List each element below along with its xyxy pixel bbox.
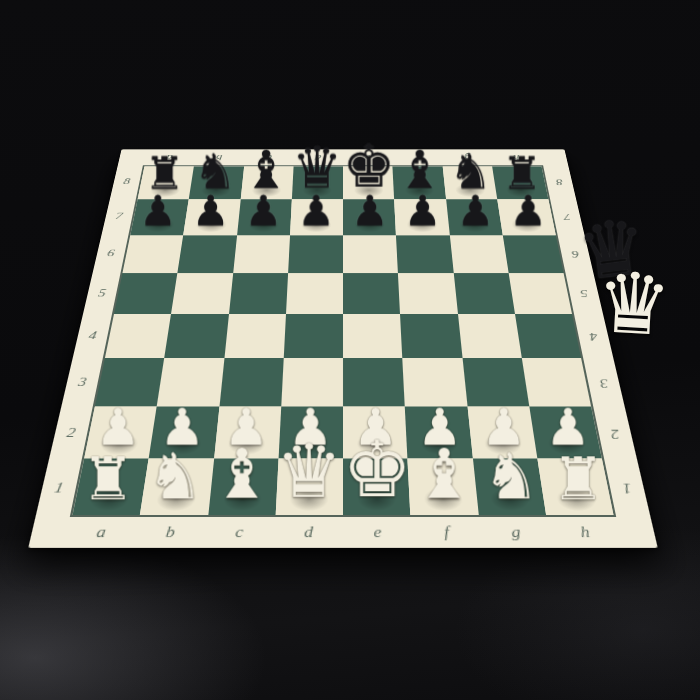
square-c4[interactable] (224, 314, 286, 358)
file-label: f (411, 517, 483, 548)
square-d6[interactable] (288, 235, 343, 273)
file-label: g (441, 149, 493, 165)
piece-white-bishop[interactable]: ♝ (413, 441, 474, 509)
square-f5[interactable] (398, 273, 457, 314)
square-h1[interactable]: ♜ (537, 458, 613, 515)
square-f1[interactable]: ♝ (408, 458, 479, 515)
square-e5[interactable] (343, 273, 400, 314)
piece-white-knight[interactable]: ♞ (146, 445, 203, 508)
square-c6[interactable] (233, 235, 290, 273)
square-b4[interactable] (164, 314, 228, 358)
piece-black-pawn[interactable]: ♟ (245, 189, 282, 231)
piece-black-pawn[interactable]: ♟ (298, 189, 335, 231)
square-e6[interactable] (343, 235, 398, 273)
square-g7[interactable]: ♟ (446, 200, 503, 235)
file-labels-top: abcdefgh (143, 149, 543, 165)
file-label: g (480, 517, 553, 548)
piece-white-bishop[interactable]: ♝ (212, 441, 273, 509)
file-labels-bottom: abcdefgh (63, 517, 622, 548)
square-e4[interactable] (343, 314, 403, 358)
square-c7[interactable]: ♟ (237, 200, 292, 235)
square-g5[interactable] (453, 273, 514, 314)
file-label: b (133, 517, 206, 548)
square-h5[interactable] (508, 273, 572, 314)
file-label: d (293, 149, 343, 165)
piece-white-rook[interactable]: ♜ (552, 450, 605, 509)
square-c5[interactable] (229, 273, 288, 314)
square-e7[interactable]: ♟ (343, 200, 396, 235)
file-label: c (203, 517, 275, 548)
file-label: a (143, 149, 195, 165)
square-d4[interactable] (283, 314, 343, 358)
piece-black-pawn[interactable]: ♟ (192, 189, 229, 231)
square-b5[interactable] (171, 273, 232, 314)
square-h7[interactable]: ♟ (497, 200, 556, 235)
square-a5[interactable] (114, 273, 178, 314)
square-g4[interactable] (458, 314, 522, 358)
piece-white-knight[interactable]: ♞ (483, 445, 540, 508)
square-b7[interactable]: ♟ (183, 200, 240, 235)
file-label: c (243, 149, 294, 165)
piece-black-pawn[interactable]: ♟ (457, 189, 494, 231)
square-g6[interactable] (449, 235, 508, 273)
square-a7[interactable]: ♟ (130, 200, 189, 235)
square-d1[interactable]: ♛ (275, 458, 343, 515)
piece-black-pawn[interactable]: ♟ (139, 189, 176, 231)
square-d5[interactable] (286, 273, 343, 314)
square-f6[interactable] (396, 235, 453, 273)
piece-white-queen[interactable]: ♛ (276, 435, 342, 509)
square-h6[interactable] (503, 235, 564, 273)
square-c1[interactable]: ♝ (208, 458, 279, 515)
piece-black-pawn[interactable]: ♟ (510, 189, 547, 231)
square-b1[interactable]: ♞ (140, 458, 213, 515)
chessboard-photo: 87654321 87654321 abcdefgh abcdefgh ♜♞♝♛… (0, 0, 700, 700)
file-label: h (548, 517, 623, 548)
square-f7[interactable]: ♟ (394, 200, 449, 235)
file-label: d (273, 517, 343, 548)
square-a1[interactable]: ♜ (73, 458, 149, 515)
chess-board-mat: 87654321 87654321 abcdefgh abcdefgh ♜♞♝♛… (28, 149, 658, 547)
file-label: e (343, 517, 413, 548)
square-e1[interactable]: ♚ (343, 458, 411, 515)
square-a4[interactable] (105, 314, 171, 358)
file-label: f (392, 149, 443, 165)
piece-black-pawn[interactable]: ♟ (404, 189, 441, 231)
offboard-white-queen[interactable]: ♛ (594, 260, 674, 348)
square-d7[interactable]: ♟ (290, 200, 343, 235)
file-label: h (491, 149, 543, 165)
square-b6[interactable] (178, 235, 237, 273)
piece-white-king[interactable]: ♚ (342, 431, 412, 509)
playfield: ♜♞♝♛♚♝♞♜♟♟♟♟♟♟♟♟♟♟♟♟♟♟♟♟♜♞♝♛♚♝♞♜ (70, 165, 616, 517)
rank-label: 8 (543, 165, 576, 198)
file-label: e (343, 149, 393, 165)
square-a6[interactable] (122, 235, 183, 273)
piece-black-pawn[interactable]: ♟ (351, 189, 388, 231)
piece-white-rook[interactable]: ♜ (81, 450, 134, 509)
file-label: b (193, 149, 245, 165)
square-h4[interactable] (515, 314, 581, 358)
file-label: a (63, 517, 138, 548)
square-g1[interactable]: ♞ (472, 458, 545, 515)
square-f4[interactable] (400, 314, 462, 358)
